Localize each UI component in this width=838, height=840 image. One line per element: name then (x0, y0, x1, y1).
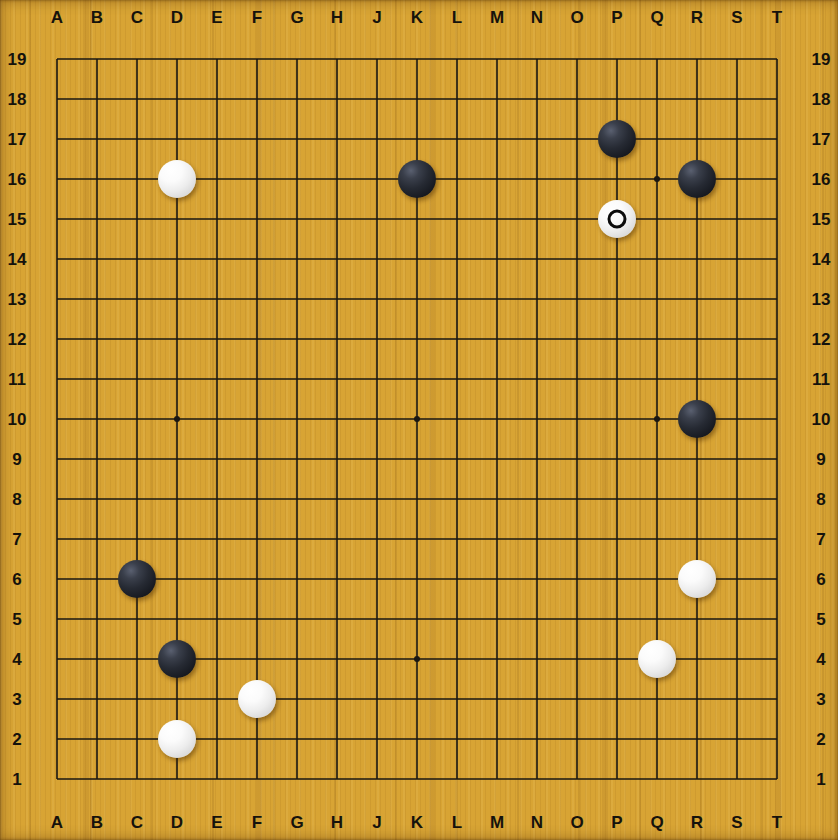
coord-label-right-14: 14 (812, 251, 831, 268)
coord-label-left-2: 2 (12, 731, 21, 748)
coord-label-bottom-O: O (570, 814, 583, 831)
coord-label-left-3: 3 (12, 691, 21, 708)
coord-label-top-M: M (490, 9, 504, 26)
coord-label-top-L: L (452, 9, 462, 26)
coord-label-left-5: 5 (12, 611, 21, 628)
coord-label-bottom-G: G (290, 814, 303, 831)
coord-label-left-13: 13 (8, 291, 27, 308)
coord-label-left-6: 6 (12, 571, 21, 588)
coord-label-bottom-B: B (91, 814, 103, 831)
coord-label-bottom-M: M (490, 814, 504, 831)
coord-label-top-E: E (211, 9, 222, 26)
coord-label-right-18: 18 (812, 91, 831, 108)
star-point-K4 (414, 656, 420, 662)
coord-label-right-6: 6 (816, 571, 825, 588)
coord-label-right-9: 9 (816, 451, 825, 468)
star-point-D10 (174, 416, 180, 422)
star-point-K10 (414, 416, 420, 422)
coord-label-top-T: T (772, 9, 782, 26)
coord-label-right-15: 15 (812, 211, 831, 228)
coord-label-top-O: O (570, 9, 583, 26)
stone-black-C6 (118, 560, 156, 598)
coord-label-bottom-T: T (772, 814, 782, 831)
coord-label-top-P: P (611, 9, 622, 26)
stone-white-R6 (678, 560, 716, 598)
coord-label-left-18: 18 (8, 91, 27, 108)
coord-label-bottom-L: L (452, 814, 462, 831)
coord-label-right-12: 12 (812, 331, 831, 348)
stone-black-K16 (398, 160, 436, 198)
coord-label-top-H: H (331, 9, 343, 26)
star-point-Q16 (654, 176, 660, 182)
coord-label-left-11: 11 (8, 371, 26, 388)
coord-label-bottom-F: F (252, 814, 262, 831)
coord-label-bottom-J: J (372, 814, 381, 831)
coord-label-bottom-S: S (731, 814, 742, 831)
coord-label-top-Q: Q (650, 9, 663, 26)
coord-label-left-4: 4 (12, 651, 21, 668)
coord-label-top-B: B (91, 9, 103, 26)
coord-label-bottom-D: D (171, 814, 183, 831)
stone-white-D2 (158, 720, 196, 758)
coord-label-top-G: G (290, 9, 303, 26)
stone-white-Q4 (638, 640, 676, 678)
star-point-Q10 (654, 416, 660, 422)
coord-label-top-A: A (51, 9, 63, 26)
coord-label-bottom-C: C (131, 814, 143, 831)
coord-label-right-7: 7 (816, 531, 825, 548)
stone-black-R10 (678, 400, 716, 438)
stone-black-R16 (678, 160, 716, 198)
coord-label-left-17: 17 (8, 131, 27, 148)
coord-label-right-3: 3 (816, 691, 825, 708)
coord-label-left-9: 9 (12, 451, 21, 468)
coord-label-bottom-K: K (411, 814, 423, 831)
coord-label-right-5: 5 (816, 611, 825, 628)
coord-label-top-F: F (252, 9, 262, 26)
coord-label-right-19: 19 (812, 51, 831, 68)
coord-label-left-16: 16 (8, 171, 27, 188)
coord-label-bottom-E: E (211, 814, 222, 831)
coord-label-top-D: D (171, 9, 183, 26)
coord-label-bottom-P: P (611, 814, 622, 831)
go-board[interactable]: AABBCCDDEEFFGGHHJJKKLLMMNNOOPPQQRRSSTT19… (0, 0, 838, 840)
coord-label-left-15: 15 (8, 211, 27, 228)
coord-label-right-2: 2 (816, 731, 825, 748)
coord-label-top-K: K (411, 9, 423, 26)
stone-white-F3 (238, 680, 276, 718)
coord-label-right-1: 1 (816, 771, 825, 788)
coord-label-top-N: N (531, 9, 543, 26)
coord-label-left-14: 14 (8, 251, 27, 268)
last-move-marker-icon (608, 210, 627, 229)
coord-label-right-13: 13 (812, 291, 831, 308)
coord-label-right-17: 17 (812, 131, 831, 148)
coord-label-left-7: 7 (12, 531, 21, 548)
coord-label-bottom-Q: Q (650, 814, 663, 831)
coord-label-top-J: J (372, 9, 381, 26)
stone-white-D16 (158, 160, 196, 198)
coord-label-right-4: 4 (816, 651, 825, 668)
coord-label-left-19: 19 (8, 51, 27, 68)
coord-label-right-11: 11 (812, 371, 830, 388)
coord-label-right-16: 16 (812, 171, 831, 188)
coord-label-bottom-N: N (531, 814, 543, 831)
coord-label-bottom-H: H (331, 814, 343, 831)
coord-label-right-8: 8 (816, 491, 825, 508)
stone-black-P17 (598, 120, 636, 158)
coord-label-left-8: 8 (12, 491, 21, 508)
coord-label-left-10: 10 (8, 411, 27, 428)
coord-label-left-12: 12 (8, 331, 27, 348)
coord-label-right-10: 10 (812, 411, 831, 428)
coord-label-top-R: R (691, 9, 703, 26)
coord-label-bottom-A: A (51, 814, 63, 831)
stone-black-D4 (158, 640, 196, 678)
coord-label-top-S: S (731, 9, 742, 26)
stone-white-P15 (598, 200, 636, 238)
coord-label-top-C: C (131, 9, 143, 26)
coord-label-bottom-R: R (691, 814, 703, 831)
coord-label-left-1: 1 (12, 771, 21, 788)
